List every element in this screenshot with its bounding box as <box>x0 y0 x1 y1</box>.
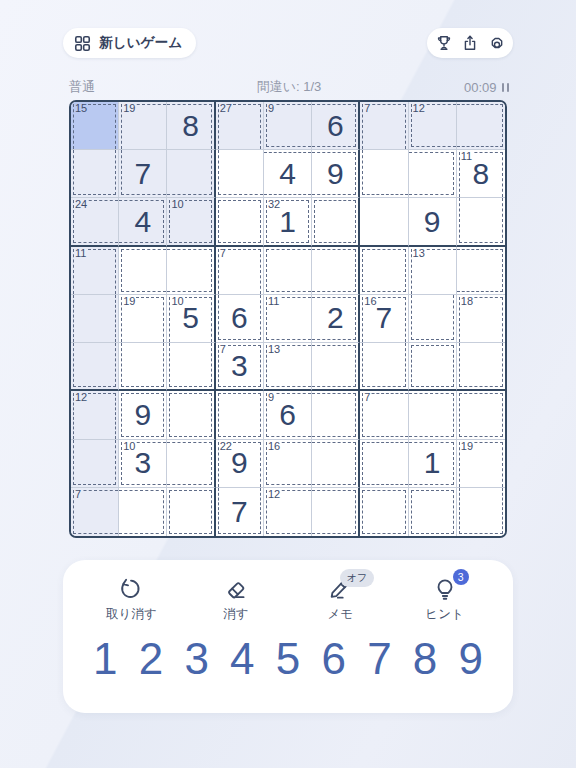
cage-sum-label: 10 <box>170 295 184 308</box>
numpad-1[interactable]: 1 <box>93 633 117 685</box>
cage-sum-label: 24 <box>74 198 88 211</box>
new-game-button[interactable]: 新しいゲーム <box>63 28 196 58</box>
app-screen: 新しいゲーム 普通 間違い: 1/3 00:09 15198279671 <box>0 0 576 768</box>
numpad-6[interactable]: 6 <box>321 633 345 685</box>
cell-r1c2[interactable]: 19 <box>119 102 167 150</box>
cell-r5c7[interactable]: 716 <box>360 295 408 343</box>
cell-r3c5[interactable]: 132 <box>264 198 312 246</box>
cell-r3c2[interactable]: 4 <box>119 198 167 246</box>
cell-r4c5[interactable] <box>264 247 312 295</box>
cell-r1c9[interactable] <box>457 102 505 150</box>
cell-r8c7[interactable] <box>360 440 408 488</box>
cage-border <box>218 150 263 195</box>
cell-r6c9[interactable] <box>457 343 505 391</box>
cage-border <box>312 490 356 534</box>
cage-border <box>362 343 405 387</box>
cell-r9c7[interactable] <box>360 488 408 536</box>
cell-r1c6[interactable]: 6 <box>312 102 360 150</box>
cage-border <box>459 488 503 534</box>
cell-r1c5[interactable]: 9 <box>264 102 312 150</box>
cage-sum-label: 9 <box>267 102 275 115</box>
share-icon[interactable] <box>460 33 480 53</box>
cage-sum-label: 7 <box>74 488 82 501</box>
cell-r7c8[interactable] <box>409 391 457 439</box>
cell-r8c5[interactable]: 16 <box>264 440 312 488</box>
cell-r3c8[interactable]: 9 <box>409 198 457 246</box>
cage-border <box>167 249 211 292</box>
cell-r3c7[interactable] <box>360 198 408 246</box>
cell-r4c9[interactable] <box>457 247 505 295</box>
cell-r2c4[interactable] <box>216 150 264 198</box>
cell-r6c3[interactable] <box>167 343 215 391</box>
cell-r3c1[interactable]: 24 <box>71 198 119 246</box>
cell-r7c4[interactable] <box>216 391 264 439</box>
cage-border <box>362 490 405 534</box>
cage-sum-label: 16 <box>363 295 377 308</box>
cell-r2c1[interactable] <box>71 150 119 198</box>
cell-r3c9[interactable] <box>457 198 505 246</box>
cage-sum-label: 19 <box>460 440 474 453</box>
mistakes-counter: 間違い: 1/3 <box>69 78 509 96</box>
cage-border <box>169 343 211 387</box>
cell-r7c5[interactable]: 69 <box>264 391 312 439</box>
cell-r3c4[interactable] <box>216 198 264 246</box>
cell-value: 6 <box>216 295 263 342</box>
number-pad: 1 2 3 4 5 6 7 8 9 <box>63 623 513 685</box>
cell-r5c2[interactable]: 19 <box>119 295 167 343</box>
cage-border <box>362 442 407 485</box>
cage-sum-label: 11 <box>267 295 280 308</box>
undo-button[interactable]: 取り消す <box>89 576 173 623</box>
cell-r2c5[interactable]: 4 <box>264 150 312 198</box>
memo-off-badge: オフ <box>340 569 374 587</box>
cage-border <box>121 343 164 387</box>
cell-r5c3[interactable]: 510 <box>167 295 215 343</box>
cell-value: 9 <box>119 391 166 438</box>
cell-value: 9 <box>409 198 456 244</box>
cell-r8c4[interactable]: 922 <box>216 440 264 488</box>
cell-r7c7[interactable]: 7 <box>360 391 408 439</box>
numpad-3[interactable]: 3 <box>184 633 208 685</box>
cell-r8c2[interactable]: 310 <box>119 440 167 488</box>
cell-r1c3[interactable]: 8 <box>167 102 215 150</box>
cage-sum-label: 11 <box>74 247 87 260</box>
cage-border <box>312 393 356 436</box>
cage-sum-label: 7 <box>219 343 227 356</box>
cell-r6c1[interactable] <box>71 343 119 391</box>
toolbar: 取り消す 消す オフ メモ <box>63 560 513 623</box>
cell-r9c1[interactable]: 7 <box>71 488 119 536</box>
cell-r9c6[interactable] <box>312 488 360 536</box>
numpad-4[interactable]: 4 <box>230 633 254 685</box>
hint-count-badge: 3 <box>453 569 469 585</box>
status-bar: 普通 間違い: 1/3 00:09 <box>69 78 509 96</box>
cell-r9c9[interactable] <box>457 488 505 536</box>
topbar-actions <box>427 28 513 58</box>
cell-value: 7 <box>119 150 166 197</box>
cage-sum-label: 7 <box>363 102 371 115</box>
cage-border <box>73 440 116 485</box>
cage-sum-label: 32 <box>267 198 281 211</box>
cell-r7c3[interactable] <box>167 391 215 439</box>
cell-value: 4 <box>119 198 166 244</box>
cell-r2c7[interactable] <box>360 150 408 198</box>
cell-r7c9[interactable] <box>457 391 505 439</box>
cell-r4c1[interactable]: 11 <box>71 247 119 295</box>
cell-r1c1[interactable]: 15 <box>71 102 119 150</box>
cell-value: 6 <box>312 102 358 149</box>
cell-r4c8[interactable]: 13 <box>409 247 457 295</box>
cage-border <box>169 490 211 534</box>
cell-r3c6[interactable] <box>312 198 360 246</box>
cage-border <box>167 442 211 485</box>
cell-r2c6[interactable]: 9 <box>312 150 360 198</box>
cell-r4c6[interactable] <box>312 247 360 295</box>
cell-r5c5[interactable]: 11 <box>264 295 312 343</box>
numpad-8[interactable]: 8 <box>413 633 437 685</box>
cell-value: 4 <box>264 150 311 197</box>
cell-value: 1 <box>409 440 456 487</box>
cell-r5c8[interactable] <box>409 295 457 343</box>
cell-r7c2[interactable]: 9 <box>119 391 167 439</box>
cage-sum-label: 11 <box>460 150 473 163</box>
hint-button[interactable]: 3 ヒント <box>403 576 487 623</box>
cage-border <box>411 295 454 340</box>
cage-sum-label: 12 <box>412 102 426 115</box>
cell-r4c7[interactable] <box>360 247 408 295</box>
cage-border <box>167 150 211 195</box>
cage-border <box>457 249 503 292</box>
cage-sum-label: 10 <box>122 440 136 453</box>
cell-r1c8[interactable]: 12 <box>409 102 457 150</box>
cage-sum-label: 9 <box>267 391 275 404</box>
cage-border <box>119 490 164 534</box>
cage-border <box>362 249 405 292</box>
cage-border <box>409 393 454 436</box>
cage-border <box>266 249 311 292</box>
cage-border <box>457 104 503 147</box>
cage-sum-label: 16 <box>267 440 281 453</box>
cage-sum-label: 7 <box>219 247 227 260</box>
cage-border <box>121 249 166 292</box>
cage-border <box>73 150 116 195</box>
cage-border <box>218 200 261 242</box>
cell-r6c2[interactable] <box>119 343 167 391</box>
cage-border <box>459 343 503 387</box>
cage-border <box>312 345 356 387</box>
cell-r4c3[interactable] <box>167 247 215 295</box>
cage-sum-label: 22 <box>219 440 233 453</box>
cell-r8c9[interactable]: 19 <box>457 440 505 488</box>
cage-border <box>73 343 116 387</box>
cell-r8c1[interactable] <box>71 440 119 488</box>
cage-border <box>218 393 261 436</box>
cage-sum-label: 19 <box>122 295 136 308</box>
cell-r8c3[interactable] <box>167 440 215 488</box>
cage-sum-label: 12 <box>267 488 281 501</box>
undo-label: 取り消す <box>106 606 157 623</box>
control-panel: 取り消す 消す オフ メモ <box>63 560 513 713</box>
cage-border <box>362 150 407 195</box>
cell-value: 8 <box>167 102 213 149</box>
cage-border <box>169 393 211 436</box>
cell-value: 9 <box>312 150 358 197</box>
cage-sum-label: 18 <box>460 295 474 308</box>
numpad-2[interactable]: 2 <box>139 633 163 685</box>
eraser-icon <box>223 576 249 602</box>
undo-icon <box>118 576 144 602</box>
erase-label: 消す <box>223 606 248 623</box>
memo-label: メモ <box>327 606 353 623</box>
trophy-icon[interactable] <box>434 33 454 53</box>
cell-value: 2 <box>312 295 358 342</box>
board: 1519827967127498112441013291171319510611… <box>69 100 507 538</box>
cell-r6c6[interactable] <box>312 343 360 391</box>
cell-r2c3[interactable] <box>167 150 215 198</box>
cage-border <box>459 393 503 436</box>
cage-sum-label: 7 <box>363 391 371 404</box>
cell-r5c9[interactable]: 18 <box>457 295 505 343</box>
cage-sum-label: 27 <box>219 102 233 115</box>
cell-r4c2[interactable] <box>119 247 167 295</box>
cage-border <box>73 295 116 342</box>
cell-r2c8[interactable] <box>409 150 457 198</box>
cell-r7c6[interactable] <box>312 391 360 439</box>
cage-sum-label: 12 <box>74 391 88 404</box>
cell-r6c7[interactable] <box>360 343 408 391</box>
cell-r3c3[interactable]: 10 <box>167 198 215 246</box>
memo-button[interactable]: オフ メモ <box>298 576 382 623</box>
cell-r9c3[interactable] <box>167 488 215 536</box>
cell-r6c4[interactable]: 37 <box>216 343 264 391</box>
cell-r2c2[interactable]: 7 <box>119 150 167 198</box>
hint-label: ヒント <box>425 606 463 623</box>
numpad-7[interactable]: 7 <box>367 633 391 685</box>
cell-r1c7[interactable]: 7 <box>360 102 408 150</box>
cage-border <box>459 198 503 242</box>
cell-r9c2[interactable] <box>119 488 167 536</box>
cell-r5c6[interactable]: 2 <box>312 295 360 343</box>
cell-r6c8[interactable] <box>409 343 457 391</box>
cage-border <box>409 152 454 195</box>
cage-sum-label: 13 <box>267 343 281 356</box>
cell-r4c4[interactable]: 7 <box>216 247 264 295</box>
cage-sum-label: 19 <box>122 102 136 115</box>
cage-sum-label: 10 <box>170 198 184 211</box>
cell-r8c6[interactable] <box>312 440 360 488</box>
cell-r5c1[interactable] <box>71 295 119 343</box>
cage-sum-label: 13 <box>412 247 426 260</box>
cell-r9c4[interactable]: 7 <box>216 488 264 536</box>
cage-border <box>411 345 454 387</box>
cage-border <box>411 490 454 534</box>
cell-r9c5[interactable]: 12 <box>264 488 312 536</box>
cell-r2c9[interactable]: 811 <box>457 150 505 198</box>
new-game-label: 新しいゲーム <box>99 34 182 52</box>
cell-r6c5[interactable]: 13 <box>264 343 312 391</box>
cell-r7c1[interactable]: 12 <box>71 391 119 439</box>
cell-r8c8[interactable]: 1 <box>409 440 457 488</box>
cell-r5c4[interactable]: 6 <box>216 295 264 343</box>
new-game-grid-icon <box>73 34 92 53</box>
cage-border <box>312 249 356 292</box>
settings-icon[interactable] <box>487 33 507 53</box>
cell-value: 7 <box>216 488 263 536</box>
erase-button[interactable]: 消す <box>194 576 278 623</box>
cage-sum-label: 15 <box>74 102 88 115</box>
numpad-5[interactable]: 5 <box>276 633 300 685</box>
cage-border <box>312 442 356 485</box>
cell-r9c8[interactable] <box>409 488 457 536</box>
cage-border <box>314 200 356 242</box>
numpad-9[interactable]: 9 <box>459 633 483 685</box>
cell-r1c4[interactable]: 27 <box>216 102 264 150</box>
